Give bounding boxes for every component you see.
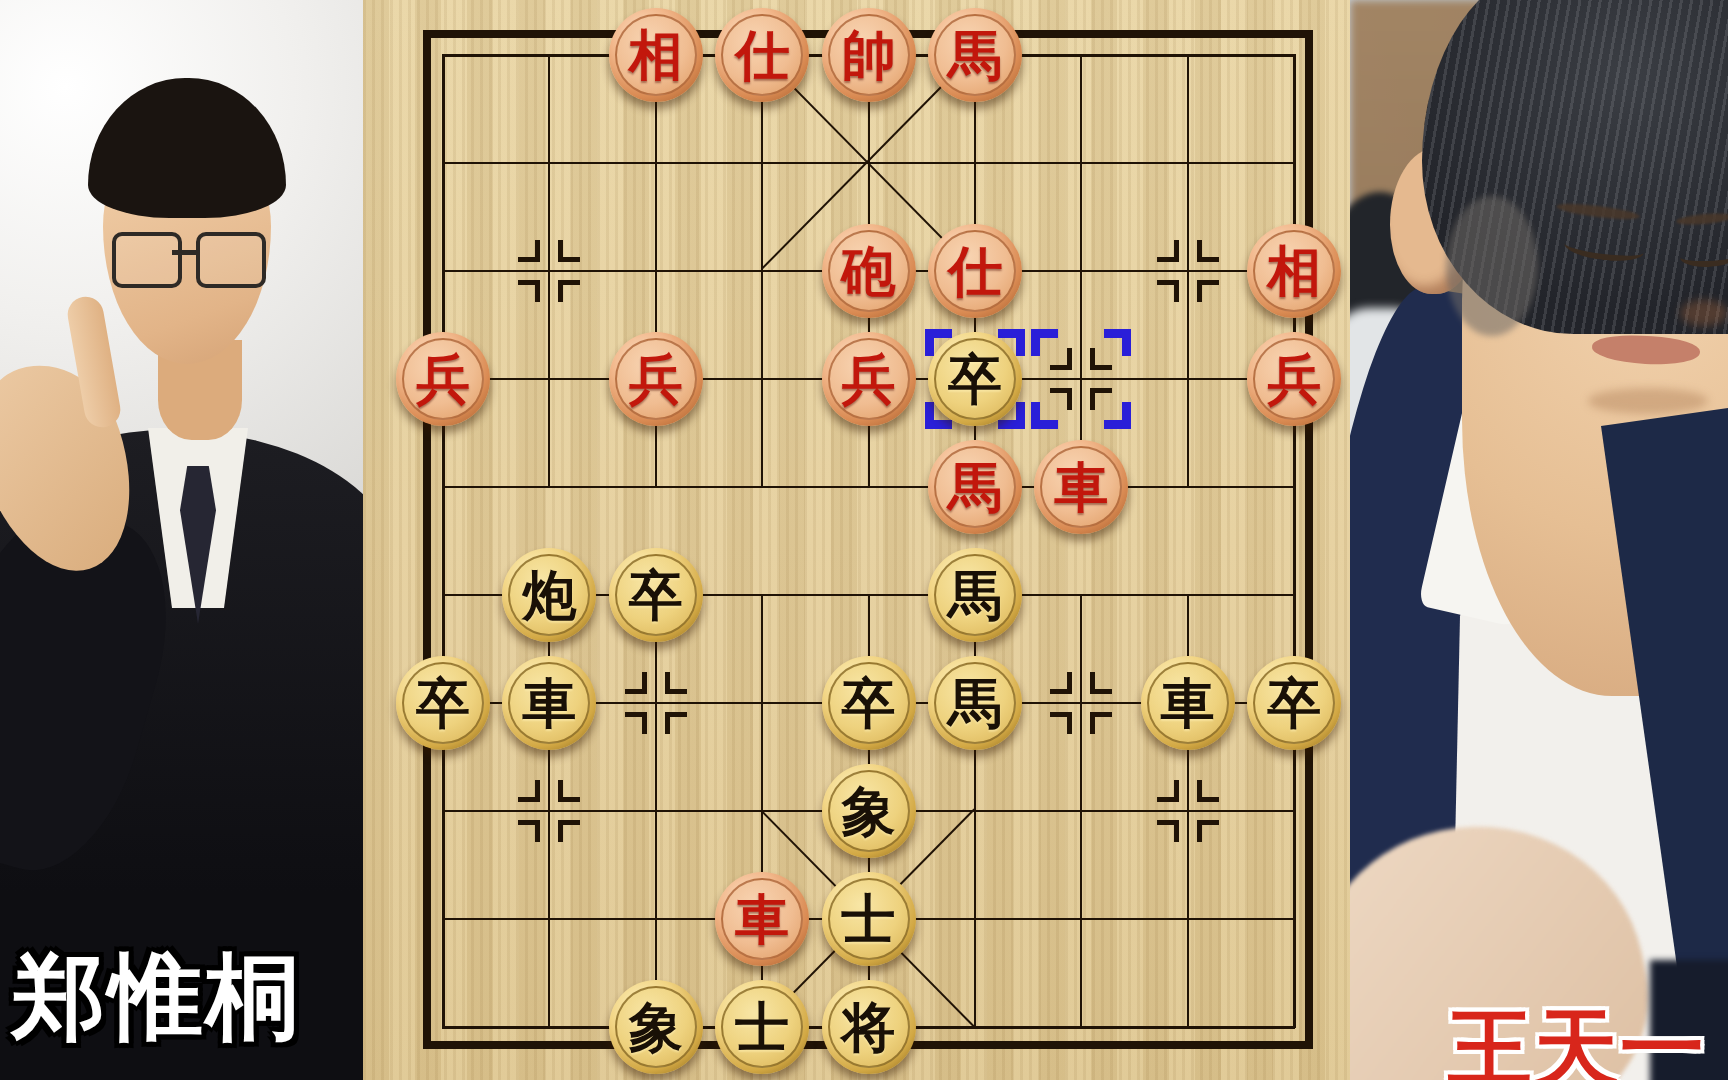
piece-character: 卒 bbox=[629, 568, 683, 622]
piece-character: 象 bbox=[842, 784, 896, 838]
last-move-highlight-from bbox=[1031, 402, 1040, 429]
piece-black-advisor[interactable]: 士 bbox=[822, 872, 916, 966]
piece-character: 馬 bbox=[948, 460, 1002, 514]
piece-black-pawn[interactable]: 卒 bbox=[928, 332, 1022, 426]
piece-red-king[interactable]: 帥 bbox=[822, 8, 916, 102]
grid-line bbox=[1293, 54, 1296, 1028]
piece-red-advisor[interactable]: 仕 bbox=[715, 8, 809, 102]
piece-face: 車 bbox=[721, 878, 803, 960]
piece-red-pawn[interactable]: 兵 bbox=[396, 332, 490, 426]
piece-face: 兵 bbox=[402, 338, 484, 420]
piece-red-elephant[interactable]: 相 bbox=[609, 8, 703, 102]
piece-character: 卒 bbox=[842, 676, 896, 730]
piece-black-elephant[interactable]: 象 bbox=[822, 764, 916, 858]
position-marker bbox=[1067, 672, 1072, 694]
piece-face: 炮 bbox=[508, 554, 590, 636]
piece-black-pawn[interactable]: 卒 bbox=[822, 656, 916, 750]
piece-black-advisor[interactable]: 士 bbox=[715, 980, 809, 1074]
piece-character: 卒 bbox=[1267, 676, 1321, 730]
piece-black-horse[interactable]: 馬 bbox=[928, 548, 1022, 642]
position-marker bbox=[1090, 388, 1095, 410]
piece-black-king[interactable]: 将 bbox=[822, 980, 916, 1074]
piece-face: 卒 bbox=[402, 662, 484, 744]
position-marker bbox=[1197, 240, 1202, 262]
position-marker bbox=[1197, 280, 1202, 302]
glasses-bridge bbox=[172, 250, 198, 255]
piece-character: 馬 bbox=[948, 568, 1002, 622]
position-marker bbox=[642, 712, 647, 734]
position-marker bbox=[535, 780, 540, 802]
grid-line bbox=[655, 594, 657, 1028]
piece-red-pawn[interactable]: 兵 bbox=[1247, 332, 1341, 426]
piece-face: 卒 bbox=[934, 338, 1016, 420]
grid-line bbox=[442, 54, 445, 1028]
piece-character: 士 bbox=[735, 1000, 789, 1054]
last-move-highlight-to bbox=[925, 329, 934, 356]
piece-black-pawn[interactable]: 卒 bbox=[396, 656, 490, 750]
grid-line bbox=[1080, 54, 1082, 488]
position-marker bbox=[558, 820, 563, 842]
piece-character: 馬 bbox=[948, 676, 1002, 730]
right-player-sideburn bbox=[1446, 196, 1538, 336]
position-marker bbox=[558, 240, 563, 262]
piece-face: 士 bbox=[721, 986, 803, 1068]
left-player-photo: 郑惟桐 bbox=[0, 0, 363, 1080]
piece-face: 帥 bbox=[828, 14, 910, 96]
position-marker bbox=[535, 280, 540, 302]
grid-line bbox=[548, 54, 550, 488]
piece-character: 卒 bbox=[416, 676, 470, 730]
piece-red-pawn[interactable]: 兵 bbox=[822, 332, 916, 426]
piece-character: 仕 bbox=[735, 28, 789, 82]
position-marker bbox=[1174, 240, 1179, 262]
left-player-hair bbox=[88, 78, 286, 218]
piece-face: 車 bbox=[508, 662, 590, 744]
last-move-highlight-to bbox=[1016, 402, 1025, 429]
piece-character: 炮 bbox=[522, 568, 576, 622]
piece-face: 車 bbox=[1040, 446, 1122, 528]
position-marker bbox=[1174, 820, 1179, 842]
piece-black-cannon[interactable]: 炮 bbox=[502, 548, 596, 642]
piece-red-elephant[interactable]: 相 bbox=[1247, 224, 1341, 318]
position-marker bbox=[558, 780, 563, 802]
piece-face: 馬 bbox=[934, 554, 1016, 636]
position-marker bbox=[1090, 672, 1095, 694]
piece-face: 車 bbox=[1147, 662, 1229, 744]
piece-red-cannon[interactable]: 砲 bbox=[822, 224, 916, 318]
piece-face: 卒 bbox=[828, 662, 910, 744]
position-marker bbox=[535, 240, 540, 262]
piece-red-chariot[interactable]: 車 bbox=[715, 872, 809, 966]
piece-character: 車 bbox=[735, 892, 789, 946]
left-player-name: 郑惟桐 bbox=[12, 950, 303, 1044]
piece-face: 士 bbox=[828, 878, 910, 960]
position-marker bbox=[1067, 388, 1072, 410]
last-move-highlight-to bbox=[925, 402, 934, 429]
piece-red-pawn[interactable]: 兵 bbox=[609, 332, 703, 426]
piece-face: 卒 bbox=[615, 554, 697, 636]
piece-face: 仕 bbox=[934, 230, 1016, 312]
glasses-left-lens bbox=[112, 232, 182, 288]
position-marker bbox=[1197, 820, 1202, 842]
piece-character: 相 bbox=[629, 28, 683, 82]
position-marker bbox=[558, 280, 563, 302]
position-marker bbox=[535, 820, 540, 842]
piece-face: 馬 bbox=[934, 662, 1016, 744]
piece-character: 帥 bbox=[842, 28, 896, 82]
screenshot-root: 郑惟桐 相仕帥馬砲仕相兵兵兵卒兵馬車炮卒馬卒車卒馬車卒象車士象士将 王天一 bbox=[0, 0, 1728, 1080]
piece-character: 兵 bbox=[1267, 352, 1321, 406]
piece-character: 仕 bbox=[948, 244, 1002, 298]
piece-character: 象 bbox=[629, 1000, 683, 1054]
left-player-glasses bbox=[112, 232, 264, 288]
last-move-highlight-from bbox=[1031, 329, 1040, 356]
piece-character: 将 bbox=[842, 1000, 896, 1054]
piece-face: 象 bbox=[828, 770, 910, 852]
position-marker bbox=[1067, 712, 1072, 734]
piece-face: 仕 bbox=[721, 14, 803, 96]
position-marker bbox=[1174, 280, 1179, 302]
piece-character: 車 bbox=[1054, 460, 1108, 514]
right-player-name: 王天一 bbox=[1448, 1006, 1706, 1080]
piece-face: 砲 bbox=[828, 230, 910, 312]
position-marker bbox=[665, 672, 670, 694]
position-marker bbox=[1090, 712, 1095, 734]
right-player-photo: 王天一 bbox=[1350, 0, 1728, 1080]
piece-face: 兵 bbox=[1253, 338, 1335, 420]
piece-face: 兵 bbox=[828, 338, 910, 420]
piece-black-chariot[interactable]: 車 bbox=[1141, 656, 1235, 750]
position-marker bbox=[665, 712, 670, 734]
last-move-highlight-to bbox=[1016, 329, 1025, 356]
position-marker bbox=[1197, 780, 1202, 802]
grid-line bbox=[1187, 54, 1189, 488]
piece-character: 相 bbox=[1267, 244, 1321, 298]
piece-red-advisor[interactable]: 仕 bbox=[928, 224, 1022, 318]
piece-character: 砲 bbox=[842, 244, 896, 298]
position-marker bbox=[1090, 348, 1095, 370]
grid-line bbox=[1080, 594, 1082, 1028]
piece-face: 兵 bbox=[615, 338, 697, 420]
piece-face: 相 bbox=[1253, 230, 1335, 312]
xiangqi-board[interactable]: 相仕帥馬砲仕相兵兵兵卒兵馬車炮卒馬卒車卒馬車卒象車士象士将 bbox=[363, 0, 1350, 1080]
piece-character: 卒 bbox=[948, 352, 1002, 406]
piece-face: 卒 bbox=[1253, 662, 1335, 744]
piece-character: 兵 bbox=[842, 352, 896, 406]
piece-face: 馬 bbox=[934, 14, 1016, 96]
piece-red-chariot[interactable]: 車 bbox=[1034, 440, 1128, 534]
piece-black-pawn[interactable]: 卒 bbox=[1247, 656, 1341, 750]
position-marker bbox=[1174, 780, 1179, 802]
piece-character: 車 bbox=[522, 676, 576, 730]
last-move-highlight-from bbox=[1122, 402, 1131, 429]
piece-character: 兵 bbox=[629, 352, 683, 406]
piece-character: 車 bbox=[1161, 676, 1215, 730]
piece-black-horse[interactable]: 馬 bbox=[928, 656, 1022, 750]
piece-character: 馬 bbox=[948, 28, 1002, 82]
position-marker bbox=[642, 672, 647, 694]
right-player-nose bbox=[1680, 300, 1728, 326]
piece-black-chariot[interactable]: 車 bbox=[502, 656, 596, 750]
last-move-highlight-from bbox=[1122, 329, 1131, 356]
glasses-right-lens bbox=[196, 232, 266, 288]
piece-black-elephant[interactable]: 象 bbox=[609, 980, 703, 1074]
piece-face: 相 bbox=[615, 14, 697, 96]
grid-line bbox=[761, 54, 763, 488]
piece-character: 兵 bbox=[416, 352, 470, 406]
piece-black-pawn[interactable]: 卒 bbox=[609, 548, 703, 642]
piece-red-horse[interactable]: 馬 bbox=[928, 440, 1022, 534]
piece-face: 将 bbox=[828, 986, 910, 1068]
piece-red-horse[interactable]: 馬 bbox=[928, 8, 1022, 102]
piece-character: 士 bbox=[842, 892, 896, 946]
piece-face: 馬 bbox=[934, 446, 1016, 528]
position-marker bbox=[1067, 348, 1072, 370]
right-player-chin-shadow bbox=[1588, 388, 1708, 414]
piece-face: 象 bbox=[615, 986, 697, 1068]
